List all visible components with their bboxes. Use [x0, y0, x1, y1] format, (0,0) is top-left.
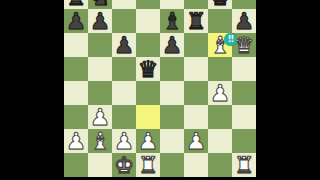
square-f6[interactable]	[184, 33, 208, 57]
square-g3[interactable]	[208, 105, 232, 129]
piece-white-pawn-g4[interactable]: ♟	[210, 82, 231, 105]
square-a7[interactable]: ♟	[64, 9, 88, 33]
square-g4[interactable]: ♟	[208, 81, 232, 105]
square-c7[interactable]	[112, 9, 136, 33]
square-b6[interactable]	[88, 33, 112, 57]
piece-white-pawn-f2[interactable]: ♟	[186, 130, 207, 153]
square-a5[interactable]	[64, 57, 88, 81]
piece-black-bishop-e7[interactable]: ♝	[162, 10, 183, 33]
square-d5[interactable]: ♛	[136, 57, 160, 81]
piece-black-pawn-h7[interactable]: ♟	[234, 10, 255, 33]
square-a2[interactable]: ♟	[64, 129, 88, 153]
piece-white-pawn-d2[interactable]: ♟	[138, 130, 159, 153]
square-b3[interactable]: ♟	[88, 105, 112, 129]
square-f7[interactable]: ♜	[184, 9, 208, 33]
square-b7[interactable]: ♟	[88, 9, 112, 33]
square-d8[interactable]	[136, 0, 160, 9]
square-g1[interactable]	[208, 153, 232, 177]
square-d6[interactable]	[136, 33, 160, 57]
square-f5[interactable]	[184, 57, 208, 81]
square-h7[interactable]: ♟	[232, 9, 256, 33]
square-c4[interactable]	[112, 81, 136, 105]
square-c2[interactable]: ♟	[112, 129, 136, 153]
square-e3[interactable]	[160, 105, 184, 129]
square-d3[interactable]	[136, 105, 160, 129]
square-g7[interactable]	[208, 9, 232, 33]
piece-black-pawn-b7[interactable]: ♟	[90, 10, 111, 33]
piece-black-king-g8[interactable]: ♚	[210, 0, 231, 9]
square-h2[interactable]	[232, 129, 256, 153]
piece-black-pawn-a7[interactable]: ♟	[66, 10, 87, 33]
piece-black-pawn-c6[interactable]: ♟	[114, 34, 135, 57]
square-b4[interactable]	[88, 81, 112, 105]
square-c6[interactable]: ♟	[112, 33, 136, 57]
square-c1[interactable]: ♚	[112, 153, 136, 177]
piece-white-rook-h1[interactable]: ♜	[234, 154, 255, 177]
square-a6[interactable]	[64, 33, 88, 57]
square-g5[interactable]	[208, 57, 232, 81]
square-h3[interactable]	[232, 105, 256, 129]
piece-black-pawn-e6[interactable]: ♟	[162, 34, 183, 57]
letterbox-left	[0, 0, 64, 180]
square-g8[interactable]: ♚	[208, 0, 232, 9]
piece-black-rook-f7[interactable]: ♜	[186, 10, 207, 33]
square-e1[interactable]	[160, 153, 184, 177]
square-f1[interactable]	[184, 153, 208, 177]
game-screen: ♜♞♚♟♟♝♜♟♟♟♝♛♛♟♟♟♝♟♟♟♚♜♜ !!	[0, 0, 320, 180]
square-e4[interactable]	[160, 81, 184, 105]
square-b1[interactable]	[88, 153, 112, 177]
square-h1[interactable]: ♜	[232, 153, 256, 177]
square-d2[interactable]: ♟	[136, 129, 160, 153]
square-a1[interactable]	[64, 153, 88, 177]
square-c5[interactable]	[112, 57, 136, 81]
chess-board: ♜♞♚♟♟♝♜♟♟♟♝♛♛♟♟♟♝♟♟♟♚♜♜	[64, 0, 256, 177]
square-e6[interactable]: ♟	[160, 33, 184, 57]
square-f4[interactable]	[184, 81, 208, 105]
square-c8[interactable]	[112, 0, 136, 9]
square-e2[interactable]	[160, 129, 184, 153]
square-b2[interactable]: ♝	[88, 129, 112, 153]
piece-white-king-c1[interactable]: ♚	[114, 154, 135, 177]
square-h4[interactable]	[232, 81, 256, 105]
square-d4[interactable]	[136, 81, 160, 105]
square-d7[interactable]	[136, 9, 160, 33]
square-d1[interactable]: ♜	[136, 153, 160, 177]
piece-black-queen-d5[interactable]: ♛	[138, 58, 159, 81]
piece-white-pawn-c2[interactable]: ♟	[114, 130, 135, 153]
brilliant-move-badge: !!	[224, 33, 237, 46]
square-b5[interactable]	[88, 57, 112, 81]
square-f3[interactable]	[184, 105, 208, 129]
square-g2[interactable]	[208, 129, 232, 153]
piece-white-pawn-b3[interactable]: ♟	[90, 106, 111, 129]
piece-white-pawn-a2[interactable]: ♟	[66, 130, 87, 153]
square-f2[interactable]: ♟	[184, 129, 208, 153]
square-a3[interactable]	[64, 105, 88, 129]
letterbox-right	[256, 0, 320, 180]
piece-white-bishop-b2[interactable]: ♝	[90, 130, 111, 153]
square-e5[interactable]	[160, 57, 184, 81]
piece-white-rook-d1[interactable]: ♜	[138, 154, 159, 177]
square-c3[interactable]	[112, 105, 136, 129]
square-a4[interactable]	[64, 81, 88, 105]
square-h5[interactable]	[232, 57, 256, 81]
square-e7[interactable]: ♝	[160, 9, 184, 33]
